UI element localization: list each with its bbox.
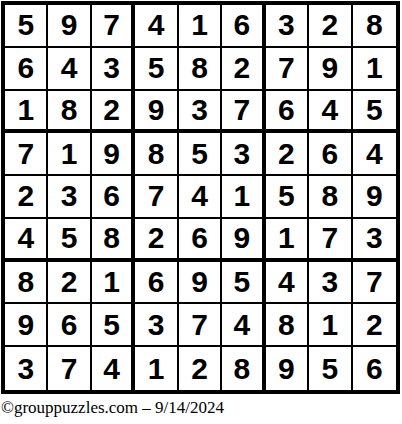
cell-r3c2: 8	[48, 91, 91, 134]
cell-r2c9: 1	[353, 48, 396, 91]
cell-r6c1: 4	[5, 219, 48, 262]
cell-r4c8: 6	[309, 133, 352, 176]
cell-r6c4: 2	[135, 219, 178, 262]
cell-r6c6: 9	[222, 219, 265, 262]
cell-r5c8: 8	[309, 176, 352, 219]
cell-r7c5: 9	[179, 262, 222, 305]
cell-r5c4: 7	[135, 176, 178, 219]
cell-r3c4: 9	[135, 91, 178, 134]
cell-r9c5: 2	[179, 347, 222, 390]
cell-r5c1: 2	[5, 176, 48, 219]
cell-r5c5: 4	[179, 176, 222, 219]
cell-r8c9: 2	[353, 304, 396, 347]
cell-r6c8: 7	[309, 219, 352, 262]
cell-r6c2: 5	[48, 219, 91, 262]
cell-r7c3: 1	[92, 262, 135, 305]
cell-r9c9: 6	[353, 347, 396, 390]
cell-r9c4: 1	[135, 347, 178, 390]
cell-r9c1: 3	[5, 347, 48, 390]
cell-r2c6: 2	[222, 48, 265, 91]
cell-r7c2: 2	[48, 262, 91, 305]
cell-r9c8: 5	[309, 347, 352, 390]
copyright-credit: ©grouppuzzles.com – 9/14/2024	[1, 398, 401, 418]
cell-r2c4: 5	[135, 48, 178, 91]
cell-r3c7: 6	[266, 91, 309, 134]
cell-r1c6: 6	[222, 5, 265, 48]
cell-r3c9: 5	[353, 91, 396, 134]
cell-r9c2: 7	[48, 347, 91, 390]
cell-r1c1: 5	[5, 5, 48, 48]
cell-r3c8: 4	[309, 91, 352, 134]
cell-r8c7: 8	[266, 304, 309, 347]
cell-r8c3: 5	[92, 304, 135, 347]
cell-r1c5: 1	[179, 5, 222, 48]
cell-r7c4: 6	[135, 262, 178, 305]
cell-r2c8: 9	[309, 48, 352, 91]
cell-r5c9: 9	[353, 176, 396, 219]
cell-r1c7: 3	[266, 5, 309, 48]
cell-r9c7: 9	[266, 347, 309, 390]
cell-r2c7: 7	[266, 48, 309, 91]
cell-r9c6: 8	[222, 347, 265, 390]
cell-r3c5: 3	[179, 91, 222, 134]
cell-r8c1: 9	[5, 304, 48, 347]
cell-r4c4: 8	[135, 133, 178, 176]
cell-r5c2: 3	[48, 176, 91, 219]
cell-r1c9: 8	[353, 5, 396, 48]
cell-r5c6: 1	[222, 176, 265, 219]
cell-r2c1: 6	[5, 48, 48, 91]
cell-r4c6: 3	[222, 133, 265, 176]
cell-r5c7: 5	[266, 176, 309, 219]
cell-r6c9: 3	[353, 219, 396, 262]
cell-r3c6: 7	[222, 91, 265, 134]
cell-r8c4: 3	[135, 304, 178, 347]
cell-r3c1: 1	[5, 91, 48, 134]
cell-r4c2: 1	[48, 133, 91, 176]
cell-r4c1: 7	[5, 133, 48, 176]
cell-r8c5: 7	[179, 304, 222, 347]
cell-r4c7: 2	[266, 133, 309, 176]
cell-r3c3: 2	[92, 91, 135, 134]
sudoku-page: 5974163286435827911829376457198532642367…	[0, 0, 402, 419]
cell-r5c3: 6	[92, 176, 135, 219]
cell-r8c2: 6	[48, 304, 91, 347]
cell-r2c5: 8	[179, 48, 222, 91]
cell-r2c2: 4	[48, 48, 91, 91]
cell-r7c6: 5	[222, 262, 265, 305]
cell-r6c3: 8	[92, 219, 135, 262]
cell-r7c1: 8	[5, 262, 48, 305]
cell-r7c8: 3	[309, 262, 352, 305]
cell-r1c4: 4	[135, 5, 178, 48]
cell-r4c3: 9	[92, 133, 135, 176]
cell-r2c3: 3	[92, 48, 135, 91]
cell-r6c7: 1	[266, 219, 309, 262]
cell-r7c7: 4	[266, 262, 309, 305]
cell-r8c6: 4	[222, 304, 265, 347]
cell-r9c3: 4	[92, 347, 135, 390]
cell-r4c9: 4	[353, 133, 396, 176]
cell-r4c5: 5	[179, 133, 222, 176]
cell-r6c5: 6	[179, 219, 222, 262]
cell-r1c2: 9	[48, 5, 91, 48]
cell-r8c8: 1	[309, 304, 352, 347]
sudoku-board: 5974163286435827911829376457198532642367…	[1, 1, 400, 394]
cell-r7c9: 7	[353, 262, 396, 305]
cell-r1c8: 2	[309, 5, 352, 48]
cell-r1c3: 7	[92, 5, 135, 48]
